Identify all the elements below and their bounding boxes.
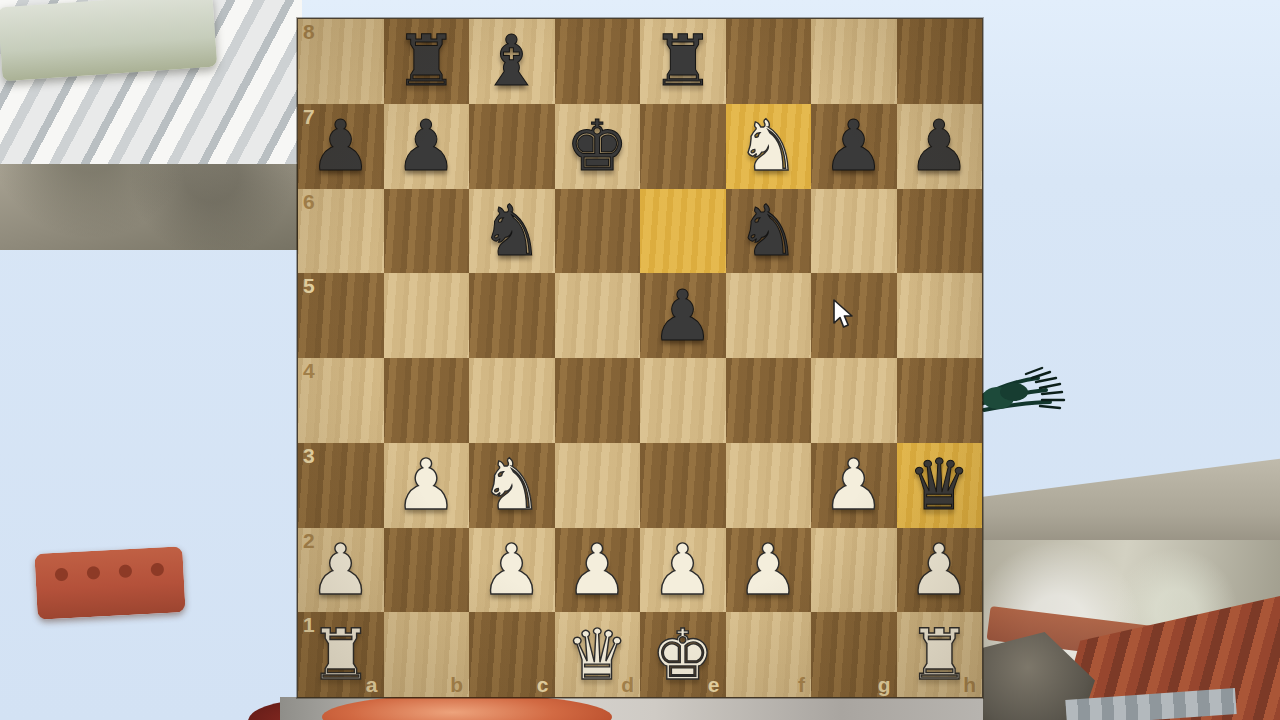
piece-black-rook[interactable]: ♜ — [395, 26, 458, 96]
square-g8[interactable] — [811, 19, 897, 104]
piece-white-rook[interactable]: ♜ — [309, 620, 372, 690]
piece-white-knight[interactable]: ♞ — [737, 111, 800, 181]
piece-black-knight[interactable]: ♞ — [480, 196, 543, 266]
square-f1[interactable]: f — [726, 612, 812, 697]
square-a3[interactable]: 3 — [298, 443, 384, 528]
square-e4[interactable] — [640, 358, 726, 443]
square-d1[interactable]: d♛ — [555, 612, 641, 697]
square-c3[interactable]: ♞ — [469, 443, 555, 528]
piece-black-pawn[interactable]: ♟ — [908, 111, 971, 181]
square-e2[interactable]: ♟ — [640, 528, 726, 613]
rank-label: 8 — [303, 21, 315, 42]
square-c5[interactable] — [469, 273, 555, 358]
square-f6[interactable]: ♞ — [726, 189, 812, 274]
square-d6[interactable] — [555, 189, 641, 274]
piece-white-queen[interactable]: ♛ — [566, 620, 629, 690]
bird-tail-feathers — [976, 364, 1068, 428]
square-c7[interactable] — [469, 104, 555, 189]
red-brick — [34, 546, 185, 620]
rank-label: 7 — [303, 106, 315, 127]
piece-black-knight[interactable]: ♞ — [737, 196, 800, 266]
square-h7[interactable]: ♟ — [897, 104, 983, 189]
chess-board-frame: 8♜♝♜7♟♟♚♞♟♟6♞♞5♟43♟♞♟♛2♟♟♟♟♟♟1a♜bcd♛e♚fg… — [297, 18, 983, 698]
rank-label: 1 — [303, 614, 315, 635]
file-label: g — [878, 674, 891, 695]
rank-label: 3 — [303, 445, 315, 466]
square-d4[interactable] — [555, 358, 641, 443]
square-a1[interactable]: 1a♜ — [298, 612, 384, 697]
square-d8[interactable] — [555, 19, 641, 104]
square-e7[interactable] — [640, 104, 726, 189]
square-h4[interactable] — [897, 358, 983, 443]
square-h8[interactable] — [897, 19, 983, 104]
square-f5[interactable] — [726, 273, 812, 358]
piece-white-pawn[interactable]: ♟ — [822, 450, 885, 520]
file-label: d — [621, 674, 634, 695]
rank-label: 6 — [303, 191, 315, 212]
piece-white-knight[interactable]: ♞ — [480, 450, 543, 520]
piece-white-rook[interactable]: ♜ — [908, 620, 971, 690]
square-h6[interactable] — [897, 189, 983, 274]
square-b6[interactable] — [384, 189, 470, 274]
square-g2[interactable] — [811, 528, 897, 613]
mouse-cursor — [832, 299, 856, 331]
piece-white-pawn[interactable]: ♟ — [395, 450, 458, 520]
square-a5[interactable]: 5 — [298, 273, 384, 358]
file-label: h — [963, 674, 976, 695]
file-label: f — [798, 674, 805, 695]
piece-white-king[interactable]: ♚ — [651, 620, 714, 690]
square-d2[interactable]: ♟ — [555, 528, 641, 613]
square-f4[interactable] — [726, 358, 812, 443]
square-c1[interactable]: c — [469, 612, 555, 697]
square-a6[interactable]: 6 — [298, 189, 384, 274]
square-a2[interactable]: 2♟ — [298, 528, 384, 613]
chess-board: 8♜♝♜7♟♟♚♞♟♟6♞♞5♟43♟♞♟♛2♟♟♟♟♟♟1a♜bcd♛e♚fg… — [298, 19, 982, 697]
square-g1[interactable]: g — [811, 612, 897, 697]
square-h5[interactable] — [897, 273, 983, 358]
piece-white-pawn[interactable]: ♟ — [651, 535, 714, 605]
square-c8[interactable]: ♝ — [469, 19, 555, 104]
file-label: a — [366, 674, 378, 695]
file-label: e — [708, 674, 720, 695]
piece-black-pawn[interactable]: ♟ — [822, 111, 885, 181]
square-h3[interactable]: ♛ — [897, 443, 983, 528]
rank-label: 4 — [303, 360, 315, 381]
square-f7[interactable]: ♞ — [726, 104, 812, 189]
piece-white-pawn[interactable]: ♟ — [908, 535, 971, 605]
square-a8[interactable]: 8 — [298, 19, 384, 104]
square-g4[interactable] — [811, 358, 897, 443]
square-f3[interactable] — [726, 443, 812, 528]
square-h2[interactable]: ♟ — [897, 528, 983, 613]
square-h1[interactable]: h♜ — [897, 612, 983, 697]
piece-black-queen[interactable]: ♛ — [908, 450, 971, 520]
screen: 8♜♝♜7♟♟♚♞♟♟6♞♞5♟43♟♞♟♛2♟♟♟♟♟♟1a♜bcd♛e♚fg… — [0, 0, 1280, 720]
square-c2[interactable]: ♟ — [469, 528, 555, 613]
square-e8[interactable]: ♜ — [640, 19, 726, 104]
square-e6[interactable] — [640, 189, 726, 274]
piece-black-bishop[interactable]: ♝ — [480, 26, 543, 96]
square-g6[interactable] — [811, 189, 897, 274]
square-d5[interactable] — [555, 273, 641, 358]
square-f2[interactable]: ♟ — [726, 528, 812, 613]
piece-white-pawn[interactable]: ♟ — [566, 535, 629, 605]
piece-black-king[interactable]: ♚ — [566, 111, 629, 181]
square-b2[interactable] — [384, 528, 470, 613]
square-b4[interactable] — [384, 358, 470, 443]
square-b8[interactable]: ♜ — [384, 19, 470, 104]
file-label: c — [537, 674, 549, 695]
piece-black-rook[interactable]: ♜ — [651, 26, 714, 96]
square-b5[interactable] — [384, 273, 470, 358]
square-g3[interactable]: ♟ — [811, 443, 897, 528]
square-a7[interactable]: 7♟ — [298, 104, 384, 189]
square-f8[interactable] — [726, 19, 812, 104]
square-g7[interactable]: ♟ — [811, 104, 897, 189]
piece-white-pawn[interactable]: ♟ — [480, 535, 543, 605]
square-b7[interactable]: ♟ — [384, 104, 470, 189]
square-d7[interactable]: ♚ — [555, 104, 641, 189]
square-c4[interactable] — [469, 358, 555, 443]
piece-white-pawn[interactable]: ♟ — [737, 535, 800, 605]
square-c6[interactable]: ♞ — [469, 189, 555, 274]
square-d3[interactable] — [555, 443, 641, 528]
piece-black-pawn[interactable]: ♟ — [395, 111, 458, 181]
square-e1[interactable]: e♚ — [640, 612, 726, 697]
square-e3[interactable] — [640, 443, 726, 528]
square-e5[interactable]: ♟ — [640, 273, 726, 358]
rank-label: 2 — [303, 530, 315, 551]
rank-label: 5 — [303, 275, 315, 296]
piece-white-pawn[interactable]: ♟ — [309, 535, 372, 605]
square-b3[interactable]: ♟ — [384, 443, 470, 528]
piece-black-pawn[interactable]: ♟ — [309, 111, 372, 181]
square-a4[interactable]: 4 — [298, 358, 384, 443]
file-label: b — [450, 674, 463, 695]
square-b1[interactable]: b — [384, 612, 470, 697]
piece-black-pawn[interactable]: ♟ — [651, 281, 714, 351]
